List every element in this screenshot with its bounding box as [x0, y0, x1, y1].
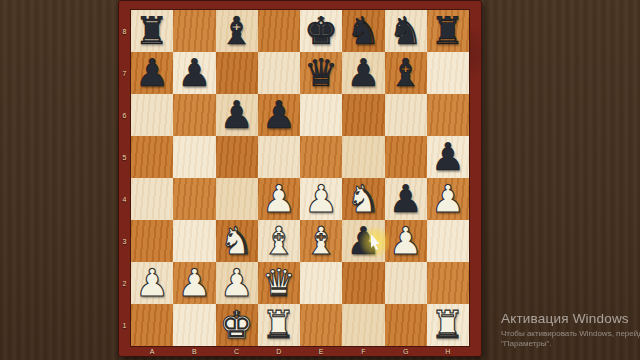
video-frame-background: 87654321 ABCDEFGH ♜♝♚♞♞♜♟♟♛♟♝♟♟♟♟♟♞♟♟♞♝♝… — [0, 0, 640, 360]
square-b2[interactable]: ♟ — [173, 262, 215, 304]
square-e5[interactable] — [300, 136, 342, 178]
square-e6[interactable] — [300, 94, 342, 136]
square-b8[interactable] — [173, 10, 215, 52]
rank-labels: 87654321 — [118, 10, 131, 346]
square-h4[interactable]: ♟ — [427, 178, 469, 220]
piece-white-pawn[interactable]: ♟ — [135, 262, 169, 304]
square-b6[interactable] — [173, 94, 215, 136]
piece-white-bishop[interactable]: ♝ — [262, 220, 296, 262]
square-c4[interactable] — [216, 178, 258, 220]
square-e8[interactable]: ♚ — [300, 10, 342, 52]
square-h5[interactable]: ♟ — [427, 136, 469, 178]
square-a3[interactable] — [131, 220, 173, 262]
rank-label-8: 8 — [118, 10, 131, 52]
square-e7[interactable]: ♛ — [300, 52, 342, 94]
rank-label-6: 6 — [118, 94, 131, 136]
piece-white-pawn[interactable]: ♟ — [431, 178, 465, 220]
square-a2[interactable]: ♟ — [131, 262, 173, 304]
piece-black-pawn[interactable]: ♟ — [177, 52, 211, 94]
square-a8[interactable]: ♜ — [131, 10, 173, 52]
rank-label-7: 7 — [118, 52, 131, 94]
square-b4[interactable] — [173, 178, 215, 220]
watermark-line2: "Параметры". — [501, 339, 640, 348]
square-d5[interactable] — [258, 136, 300, 178]
square-e2[interactable] — [300, 262, 342, 304]
piece-black-bishop[interactable]: ♝ — [389, 52, 423, 94]
square-g7[interactable]: ♝ — [385, 52, 427, 94]
piece-black-knight[interactable]: ♞ — [389, 10, 423, 52]
square-d3[interactable]: ♝ — [258, 220, 300, 262]
piece-white-rook[interactable]: ♜ — [431, 304, 465, 346]
square-g6[interactable] — [385, 94, 427, 136]
square-c7[interactable] — [216, 52, 258, 94]
rank-label-1: 1 — [118, 304, 131, 346]
square-g5[interactable] — [385, 136, 427, 178]
square-h1[interactable]: ♜ — [427, 304, 469, 346]
square-c1[interactable]: ♚ — [216, 304, 258, 346]
file-label-h: H — [427, 346, 469, 357]
square-b1[interactable] — [173, 304, 215, 346]
piece-white-queen[interactable]: ♛ — [262, 262, 296, 304]
piece-black-pawn[interactable]: ♟ — [346, 52, 380, 94]
square-f5[interactable] — [342, 136, 384, 178]
piece-white-pawn[interactable]: ♟ — [389, 220, 423, 262]
rank-label-2: 2 — [118, 262, 131, 304]
piece-white-pawn[interactable]: ♟ — [220, 262, 254, 304]
piece-white-rook[interactable]: ♜ — [262, 304, 296, 346]
piece-black-pawn[interactable]: ♟ — [262, 94, 296, 136]
square-d7[interactable] — [258, 52, 300, 94]
piece-black-rook[interactable]: ♜ — [431, 10, 465, 52]
square-g8[interactable]: ♞ — [385, 10, 427, 52]
piece-black-queen[interactable]: ♛ — [304, 52, 338, 94]
square-e4[interactable]: ♟ — [300, 178, 342, 220]
square-a4[interactable] — [131, 178, 173, 220]
piece-white-pawn[interactable]: ♟ — [262, 178, 296, 220]
piece-white-knight[interactable]: ♞ — [220, 220, 254, 262]
square-b3[interactable] — [173, 220, 215, 262]
rank-label-3: 3 — [118, 220, 131, 262]
square-f7[interactable]: ♟ — [342, 52, 384, 94]
piece-black-king[interactable]: ♚ — [304, 10, 338, 52]
square-g3[interactable]: ♟ — [385, 220, 427, 262]
rank-label-4: 4 — [118, 178, 131, 220]
piece-black-rook[interactable]: ♜ — [135, 10, 169, 52]
square-e1[interactable] — [300, 304, 342, 346]
square-g2[interactable] — [385, 262, 427, 304]
rank-label-5: 5 — [118, 136, 131, 178]
square-c5[interactable] — [216, 136, 258, 178]
square-h6[interactable] — [427, 94, 469, 136]
square-g1[interactable] — [385, 304, 427, 346]
piece-white-bishop[interactable]: ♝ — [304, 220, 338, 262]
board-grid: ♜♝♚♞♞♜♟♟♛♟♝♟♟♟♟♟♞♟♟♞♝♝♟♟♟♟♟♛♚♜♜ — [131, 10, 469, 346]
square-c3[interactable]: ♞ — [216, 220, 258, 262]
square-a6[interactable] — [131, 94, 173, 136]
piece-white-knight[interactable]: ♞ — [346, 178, 380, 220]
square-b5[interactable] — [173, 136, 215, 178]
square-h8[interactable]: ♜ — [427, 10, 469, 52]
file-label-d: D — [258, 346, 300, 357]
piece-black-pawn[interactable]: ♟ — [135, 52, 169, 94]
square-a7[interactable]: ♟ — [131, 52, 173, 94]
square-h7[interactable] — [427, 52, 469, 94]
file-label-b: B — [173, 346, 215, 357]
square-f4[interactable]: ♞ — [342, 178, 384, 220]
square-f6[interactable] — [342, 94, 384, 136]
square-b7[interactable]: ♟ — [173, 52, 215, 94]
watermark-line1: Чтобы активировать Windows, перейд — [501, 329, 640, 338]
square-d8[interactable] — [258, 10, 300, 52]
square-f8[interactable]: ♞ — [342, 10, 384, 52]
windows-activation-watermark: Активация Windows Чтобы активировать Win… — [501, 311, 640, 348]
watermark-title: Активация Windows — [501, 311, 640, 326]
file-label-a: A — [131, 346, 173, 357]
square-a5[interactable] — [131, 136, 173, 178]
square-a1[interactable] — [131, 304, 173, 346]
square-d4[interactable]: ♟ — [258, 178, 300, 220]
square-d2[interactable]: ♛ — [258, 262, 300, 304]
file-label-f: F — [342, 346, 384, 357]
square-d1[interactable]: ♜ — [258, 304, 300, 346]
piece-black-pawn[interactable]: ♟ — [220, 94, 254, 136]
square-f3[interactable]: ♟ — [342, 220, 384, 262]
piece-white-king[interactable]: ♚ — [220, 304, 254, 346]
square-c2[interactable]: ♟ — [216, 262, 258, 304]
file-labels: ABCDEFGH — [131, 346, 469, 357]
chess-board: 87654321 ABCDEFGH ♜♝♚♞♞♜♟♟♛♟♝♟♟♟♟♟♞♟♟♞♝♝… — [118, 0, 482, 357]
piece-black-knight[interactable]: ♞ — [346, 10, 380, 52]
piece-black-pawn[interactable]: ♟ — [389, 178, 423, 220]
square-h2[interactable] — [427, 262, 469, 304]
square-f2[interactable] — [342, 262, 384, 304]
piece-white-pawn[interactable]: ♟ — [177, 262, 211, 304]
square-h3[interactable] — [427, 220, 469, 262]
square-f1[interactable] — [342, 304, 384, 346]
piece-black-pawn[interactable]: ♟ — [346, 220, 380, 262]
square-c6[interactable]: ♟ — [216, 94, 258, 136]
piece-black-pawn[interactable]: ♟ — [431, 136, 465, 178]
square-c8[interactable]: ♝ — [216, 10, 258, 52]
piece-black-bishop[interactable]: ♝ — [220, 10, 254, 52]
square-e3[interactable]: ♝ — [300, 220, 342, 262]
file-label-e: E — [300, 346, 342, 357]
piece-white-pawn[interactable]: ♟ — [304, 178, 338, 220]
file-label-c: C — [216, 346, 258, 357]
file-label-g: G — [385, 346, 427, 357]
square-d6[interactable]: ♟ — [258, 94, 300, 136]
square-g4[interactable]: ♟ — [385, 178, 427, 220]
